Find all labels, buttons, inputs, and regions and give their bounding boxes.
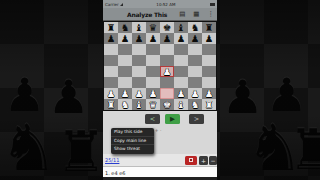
square-a4[interactable] — [104, 66, 118, 77]
white-pawn-piece[interactable]: ♟ — [163, 66, 172, 77]
overflow-menu-icon[interactable]: ⋮ — [208, 10, 215, 18]
clock-label: 10:52 AM — [123, 2, 209, 7]
square-g4[interactable] — [188, 66, 202, 77]
square-g8[interactable]: ♞ — [188, 22, 202, 33]
square-f3[interactable] — [174, 77, 188, 88]
square-h1[interactable]: ♜ — [202, 99, 216, 110]
square-b8[interactable]: ♞ — [118, 22, 132, 33]
square-c3[interactable] — [132, 77, 146, 88]
background-pawn-icon: ♟ — [266, 72, 307, 118]
black-bishop-piece[interactable]: ♝ — [135, 22, 144, 33]
square-f2[interactable]: ♟ — [174, 88, 188, 99]
black-king-piece[interactable]: ♚ — [163, 22, 172, 33]
status-bar: Carrier 10:52 AM — [103, 0, 217, 8]
white-queen-piece[interactable]: ♛ — [149, 99, 158, 110]
action-bar: Analyze This ▤ ▦ ⋮ — [103, 8, 217, 21]
square-h3[interactable] — [202, 77, 216, 88]
black-pawn-piece[interactable]: ♟ — [135, 33, 144, 44]
black-rook-piece[interactable]: ♜ — [107, 22, 116, 33]
apps-grid-icon[interactable]: ▦ — [193, 10, 199, 18]
white-rook-piece[interactable]: ♜ — [107, 99, 116, 110]
carrier-label: Carrier — [105, 2, 119, 7]
square-c2[interactable]: ♟ — [132, 88, 146, 99]
square-b1[interactable]: ♞ — [118, 99, 132, 110]
black-pawn-piece[interactable]: ♟ — [205, 33, 214, 44]
stop-engine-button[interactable] — [185, 156, 197, 165]
black-rook-piece[interactable]: ♜ — [205, 22, 214, 33]
black-pawn-piece[interactable]: ♟ — [121, 33, 130, 44]
forward-move-button[interactable]: > — [189, 114, 204, 124]
app-title: Analyze This — [127, 11, 167, 18]
square-c1[interactable]: ♝ — [132, 99, 146, 110]
white-pawn-piece[interactable]: ♟ — [177, 88, 186, 99]
engine-controls-row: 25/11 + − — [103, 154, 217, 166]
white-knight-piece[interactable]: ♞ — [191, 99, 200, 110]
square-f5[interactable] — [174, 55, 188, 66]
menu-item-show-threat[interactable]: Show threat — [111, 145, 154, 154]
white-bishop-piece[interactable]: ♝ — [135, 99, 144, 110]
square-h4[interactable] — [202, 66, 216, 77]
analysis-board-icon[interactable]: ▤ — [179, 10, 185, 18]
back-move-button[interactable]: < — [145, 114, 160, 124]
square-d7[interactable]: ♟ — [146, 33, 160, 44]
white-pawn-piece[interactable]: ♟ — [135, 88, 144, 99]
square-b4[interactable] — [118, 66, 132, 77]
square-e7[interactable]: ♟ — [160, 33, 174, 44]
phone-screenshot: Carrier 10:52 AM Analyze This ▤ ▦ ⋮ ♜♞♝♛… — [103, 0, 217, 180]
square-e1[interactable]: ♚ — [160, 99, 174, 110]
square-a8[interactable]: ♜ — [104, 22, 118, 33]
square-b3[interactable] — [118, 77, 132, 88]
white-king-piece[interactable]: ♚ — [163, 99, 172, 110]
square-g3[interactable] — [188, 77, 202, 88]
square-e4[interactable]: ♟ — [160, 66, 174, 77]
white-bishop-piece[interactable]: ♝ — [177, 99, 186, 110]
square-a6[interactable] — [104, 44, 118, 55]
square-c6[interactable] — [132, 44, 146, 55]
white-pawn-piece[interactable]: ♟ — [107, 88, 116, 99]
square-a7[interactable]: ♟ — [104, 33, 118, 44]
square-a3[interactable] — [104, 77, 118, 88]
square-b2[interactable]: ♟ — [118, 88, 132, 99]
square-a5[interactable] — [104, 55, 118, 66]
engine-play-button[interactable]: ▶ — [165, 114, 180, 124]
chess-board[interactable]: ♜♞♝♛♚♝♞♜♟♟♟♟♟♟♟♟♟♟♟♟♟♟♟♟♜♞♝♛♚♝♞♜ — [103, 21, 217, 111]
square-h7[interactable]: ♟ — [202, 33, 216, 44]
background-knight-icon: ♞ — [246, 116, 303, 180]
square-d5[interactable] — [146, 55, 160, 66]
square-f4[interactable] — [174, 66, 188, 77]
square-c7[interactable]: ♟ — [132, 33, 146, 44]
screenshot-stage: ♟ ♟ ♞ ♜ ♟ ♟ ♞ ♜ Carrier 10:52 AM Analyze… — [0, 0, 320, 180]
square-a1[interactable]: ♜ — [104, 99, 118, 110]
white-knight-piece[interactable]: ♞ — [121, 99, 130, 110]
background-rook-icon: ♜ — [288, 122, 320, 178]
battery-icon — [210, 3, 215, 6]
black-pawn-piece[interactable]: ♟ — [107, 33, 116, 44]
stop-icon — [189, 158, 193, 162]
remove-line-button[interactable]: − — [209, 156, 217, 165]
add-line-button[interactable]: + — [199, 156, 208, 165]
white-pawn-piece[interactable]: ♟ — [205, 88, 214, 99]
square-e8[interactable]: ♚ — [160, 22, 174, 33]
square-f1[interactable]: ♝ — [174, 99, 188, 110]
nav-button-row: < ▶ > — [103, 114, 217, 124]
move-list-row[interactable]: 1. e4 e6 — [103, 166, 217, 177]
background-knight-icon: ♞ — [0, 116, 57, 180]
white-rook-piece[interactable]: ♜ — [205, 99, 214, 110]
menu-item-play-this-side[interactable]: Play this side — [111, 128, 154, 137]
square-b7[interactable]: ♟ — [118, 33, 132, 44]
menu-item-copy-main-line[interactable]: Copy main line — [111, 137, 154, 146]
square-g6[interactable] — [188, 44, 202, 55]
square-e5[interactable] — [160, 55, 174, 66]
white-pawn-piece[interactable]: ♟ — [149, 88, 158, 99]
white-pawn-piece[interactable]: ♟ — [191, 88, 200, 99]
square-h5[interactable] — [202, 55, 216, 66]
square-f7[interactable]: ♟ — [174, 33, 188, 44]
square-h8[interactable]: ♜ — [202, 22, 216, 33]
context-menu: Play this side Copy main line Show threa… — [111, 128, 154, 154]
square-h6[interactable] — [202, 44, 216, 55]
square-h2[interactable]: ♟ — [202, 88, 216, 99]
move-list-text[interactable]: 1. e4 e6 — [105, 170, 125, 176]
background-rook-icon: ♜ — [56, 124, 106, 180]
square-d6[interactable] — [146, 44, 160, 55]
square-g7[interactable]: ♟ — [188, 33, 202, 44]
square-f6[interactable] — [174, 44, 188, 55]
square-g2[interactable]: ♟ — [188, 88, 202, 99]
square-d8[interactable]: ♛ — [146, 22, 160, 33]
black-knight-piece[interactable]: ♞ — [191, 22, 200, 33]
black-knight-piece[interactable]: ♞ — [121, 22, 130, 33]
square-d3[interactable] — [146, 77, 160, 88]
square-g5[interactable] — [188, 55, 202, 66]
black-pawn-piece[interactable]: ♟ — [163, 33, 172, 44]
square-b5[interactable] — [118, 55, 132, 66]
background-pawn-icon: ♟ — [4, 72, 45, 118]
square-b6[interactable] — [118, 44, 132, 55]
square-d4[interactable] — [146, 66, 160, 77]
square-e3[interactable] — [160, 77, 174, 88]
black-pawn-piece[interactable]: ♟ — [191, 33, 200, 44]
black-bishop-piece[interactable]: ♝ — [177, 22, 186, 33]
background-pawn-icon: ♟ — [222, 74, 263, 120]
square-g1[interactable]: ♞ — [188, 99, 202, 110]
bottom-strip — [103, 177, 217, 180]
square-c5[interactable] — [132, 55, 146, 66]
black-pawn-piece[interactable]: ♟ — [149, 33, 158, 44]
engine-score-link[interactable]: 25/11 — [105, 157, 119, 163]
square-f8[interactable]: ♝ — [174, 22, 188, 33]
square-c4[interactable] — [132, 66, 146, 77]
white-pawn-piece[interactable]: ♟ — [121, 88, 130, 99]
square-d2[interactable]: ♟ — [146, 88, 160, 99]
square-e2[interactable] — [160, 88, 174, 99]
background-pawn-icon: ♟ — [48, 74, 89, 120]
square-a2[interactable]: ♟ — [104, 88, 118, 99]
square-d1[interactable]: ♛ — [146, 99, 160, 110]
square-e6[interactable] — [160, 44, 174, 55]
square-c8[interactable]: ♝ — [132, 22, 146, 33]
black-pawn-piece[interactable]: ♟ — [177, 33, 186, 44]
black-queen-piece[interactable]: ♛ — [149, 22, 158, 33]
